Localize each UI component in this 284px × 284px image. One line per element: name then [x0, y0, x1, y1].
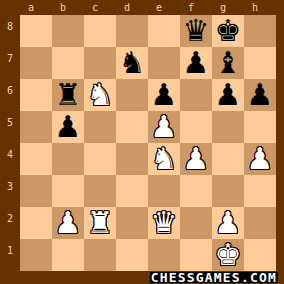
- rank-labels: 87654321: [0, 15, 20, 271]
- square-e8[interactable]: [148, 15, 180, 47]
- square-e1[interactable]: [148, 239, 180, 271]
- square-g7[interactable]: ♝: [212, 47, 244, 79]
- rank-label-1: 1: [0, 234, 20, 266]
- black-pawn-h6: ♟: [244, 79, 276, 111]
- file-label-b: b: [47, 0, 79, 15]
- black-pawn-f7: ♟: [180, 47, 212, 79]
- square-g1[interactable]: ♚: [212, 239, 244, 271]
- square-c2[interactable]: ♜: [84, 207, 116, 239]
- white-pawn-f4: ♟: [180, 143, 212, 175]
- square-f6[interactable]: [180, 79, 212, 111]
- square-f1[interactable]: [180, 239, 212, 271]
- square-a7[interactable]: [20, 47, 52, 79]
- square-e4[interactable]: ♞: [148, 143, 180, 175]
- square-h8[interactable]: [244, 15, 276, 47]
- white-rook-c2: ♜: [84, 207, 116, 239]
- square-b7[interactable]: [52, 47, 84, 79]
- square-g2[interactable]: ♟: [212, 207, 244, 239]
- square-d6[interactable]: [116, 79, 148, 111]
- square-d8[interactable]: [116, 15, 148, 47]
- white-king-g1: ♚: [212, 239, 244, 271]
- square-a8[interactable]: [20, 15, 52, 47]
- black-knight-d7: ♞: [116, 47, 148, 79]
- square-b2[interactable]: ♟: [52, 207, 84, 239]
- chess-board: ♛♚♞♟♝♜♞♟♟♟♟♟♞♟♟♟♜♛♟♚: [20, 15, 276, 271]
- square-h2[interactable]: [244, 207, 276, 239]
- black-king-g8: ♚: [212, 15, 244, 47]
- square-e2[interactable]: ♛: [148, 207, 180, 239]
- rank-label-3: 3: [0, 170, 20, 202]
- square-g5[interactable]: [212, 111, 244, 143]
- black-queen-f8: ♛: [180, 15, 212, 47]
- square-d2[interactable]: [116, 207, 148, 239]
- square-a1[interactable]: [20, 239, 52, 271]
- square-h6[interactable]: ♟: [244, 79, 276, 111]
- square-c5[interactable]: [84, 111, 116, 143]
- square-h4[interactable]: ♟: [244, 143, 276, 175]
- black-pawn-e6: ♟: [148, 79, 180, 111]
- rank-label-7: 7: [0, 42, 20, 74]
- square-f7[interactable]: ♟: [180, 47, 212, 79]
- square-a5[interactable]: [20, 111, 52, 143]
- square-c8[interactable]: [84, 15, 116, 47]
- square-f8[interactable]: ♛: [180, 15, 212, 47]
- rank-label-8: 8: [0, 10, 20, 42]
- white-knight-c6: ♞: [84, 79, 116, 111]
- file-label-h: h: [239, 0, 271, 15]
- black-rook-b6: ♜: [52, 79, 84, 111]
- square-b6[interactable]: ♜: [52, 79, 84, 111]
- square-e6[interactable]: ♟: [148, 79, 180, 111]
- white-pawn-e5: ♟: [148, 111, 180, 143]
- square-b5[interactable]: ♟: [52, 111, 84, 143]
- square-c4[interactable]: [84, 143, 116, 175]
- rank-label-2: 2: [0, 202, 20, 234]
- square-b3[interactable]: [52, 175, 84, 207]
- white-queen-e2: ♛: [148, 207, 180, 239]
- square-f4[interactable]: ♟: [180, 143, 212, 175]
- rank-label-4: 4: [0, 138, 20, 170]
- square-g3[interactable]: [212, 175, 244, 207]
- square-g6[interactable]: ♟: [212, 79, 244, 111]
- square-h1[interactable]: [244, 239, 276, 271]
- square-a4[interactable]: [20, 143, 52, 175]
- square-c1[interactable]: [84, 239, 116, 271]
- file-label-e: e: [143, 0, 175, 15]
- square-h3[interactable]: [244, 175, 276, 207]
- square-e7[interactable]: [148, 47, 180, 79]
- square-h7[interactable]: [244, 47, 276, 79]
- square-e5[interactable]: ♟: [148, 111, 180, 143]
- white-pawn-h4: ♟: [244, 143, 276, 175]
- square-c3[interactable]: [84, 175, 116, 207]
- black-pawn-g6: ♟: [212, 79, 244, 111]
- white-pawn-b2: ♟: [52, 207, 84, 239]
- square-b8[interactable]: [52, 15, 84, 47]
- square-d5[interactable]: [116, 111, 148, 143]
- chess-diagram-frame: abcdefgh 87654321 ♛♚♞♟♝♜♞♟♟♟♟♟♞♟♟♟♜♛♟♚ C…: [0, 0, 284, 284]
- black-pawn-b5: ♟: [52, 111, 84, 143]
- square-b1[interactable]: [52, 239, 84, 271]
- black-bishop-g7: ♝: [212, 47, 244, 79]
- white-pawn-g2: ♟: [212, 207, 244, 239]
- square-a3[interactable]: [20, 175, 52, 207]
- file-label-c: c: [79, 0, 111, 15]
- rank-label-6: 6: [0, 74, 20, 106]
- site-branding: CHESSGAMES.COM: [150, 272, 278, 283]
- square-e3[interactable]: [148, 175, 180, 207]
- square-f5[interactable]: [180, 111, 212, 143]
- square-a6[interactable]: [20, 79, 52, 111]
- square-c7[interactable]: [84, 47, 116, 79]
- square-h5[interactable]: [244, 111, 276, 143]
- square-d3[interactable]: [116, 175, 148, 207]
- white-knight-e4: ♞: [148, 143, 180, 175]
- square-d7[interactable]: ♞: [116, 47, 148, 79]
- rank-label-5: 5: [0, 106, 20, 138]
- square-b4[interactable]: [52, 143, 84, 175]
- square-d4[interactable]: [116, 143, 148, 175]
- square-a2[interactable]: [20, 207, 52, 239]
- square-c6[interactable]: ♞: [84, 79, 116, 111]
- square-g8[interactable]: ♚: [212, 15, 244, 47]
- square-d1[interactable]: [116, 239, 148, 271]
- file-label-d: d: [111, 0, 143, 15]
- square-g4[interactable]: [212, 143, 244, 175]
- square-f3[interactable]: [180, 175, 212, 207]
- square-f2[interactable]: [180, 207, 212, 239]
